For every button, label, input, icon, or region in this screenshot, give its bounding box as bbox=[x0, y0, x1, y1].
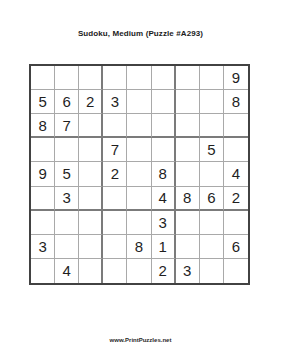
cell-r8c7[interactable] bbox=[176, 235, 200, 259]
cell-r9c7[interactable]: 3 bbox=[176, 259, 200, 283]
cell-r4c4[interactable]: 7 bbox=[103, 138, 127, 162]
cell-r1c4[interactable] bbox=[103, 66, 127, 90]
cell-r2c7[interactable] bbox=[176, 90, 200, 114]
footer-url[interactable]: www.PrintPuzzles.net bbox=[0, 337, 281, 343]
cell-r9c8[interactable] bbox=[200, 259, 224, 283]
cell-r3c9[interactable] bbox=[224, 114, 248, 138]
cell-r1c8[interactable] bbox=[200, 66, 224, 90]
cell-r6c6[interactable]: 4 bbox=[152, 187, 176, 211]
cell-r8c1[interactable]: 3 bbox=[31, 235, 55, 259]
cell-r8c4[interactable] bbox=[103, 235, 127, 259]
cell-r3c6[interactable] bbox=[152, 114, 176, 138]
cell-r2c6[interactable] bbox=[152, 90, 176, 114]
cell-r8c2[interactable] bbox=[55, 235, 79, 259]
cell-r7c3[interactable] bbox=[79, 211, 103, 235]
cell-r5c3[interactable] bbox=[79, 162, 103, 186]
cell-r9c2[interactable]: 4 bbox=[55, 259, 79, 283]
cell-r9c3[interactable] bbox=[79, 259, 103, 283]
cell-r3c5[interactable] bbox=[127, 114, 151, 138]
cell-r3c8[interactable] bbox=[200, 114, 224, 138]
cell-r1c5[interactable] bbox=[127, 66, 151, 90]
cell-r6c4[interactable] bbox=[103, 187, 127, 211]
cell-r7c7[interactable] bbox=[176, 211, 200, 235]
cell-r3c4[interactable] bbox=[103, 114, 127, 138]
cell-r6c3[interactable] bbox=[79, 187, 103, 211]
cell-r8c9[interactable]: 6 bbox=[224, 235, 248, 259]
cell-r4c5[interactable] bbox=[127, 138, 151, 162]
cell-r2c8[interactable] bbox=[200, 90, 224, 114]
cell-r2c1[interactable]: 5 bbox=[31, 90, 55, 114]
cell-r6c7[interactable]: 8 bbox=[176, 187, 200, 211]
cell-r7c5[interactable] bbox=[127, 211, 151, 235]
cell-r1c1[interactable] bbox=[31, 66, 55, 90]
page-title: Sudoku, Medium (Puzzle #A293) bbox=[0, 29, 281, 38]
cell-r7c2[interactable] bbox=[55, 211, 79, 235]
cell-r4c9[interactable] bbox=[224, 138, 248, 162]
cell-r1c6[interactable] bbox=[152, 66, 176, 90]
cell-r4c2[interactable] bbox=[55, 138, 79, 162]
cell-r1c9[interactable]: 9 bbox=[224, 66, 248, 90]
cell-r9c4[interactable] bbox=[103, 259, 127, 283]
cell-r7c4[interactable] bbox=[103, 211, 127, 235]
cell-r2c3[interactable]: 2 bbox=[79, 90, 103, 114]
cell-r5c4[interactable]: 2 bbox=[103, 162, 127, 186]
cell-r3c7[interactable] bbox=[176, 114, 200, 138]
cell-r6c8[interactable]: 6 bbox=[200, 187, 224, 211]
cell-r1c2[interactable] bbox=[55, 66, 79, 90]
cell-r1c3[interactable] bbox=[79, 66, 103, 90]
cell-r5c8[interactable] bbox=[200, 162, 224, 186]
cell-r8c5[interactable]: 8 bbox=[127, 235, 151, 259]
cell-r6c1[interactable] bbox=[31, 187, 55, 211]
cell-r1c7[interactable] bbox=[176, 66, 200, 90]
cell-r5c6[interactable]: 8 bbox=[152, 162, 176, 186]
sudoku-grid: 9562388775952843486233816423 bbox=[29, 64, 250, 285]
cell-r6c2[interactable]: 3 bbox=[55, 187, 79, 211]
cell-r3c1[interactable]: 8 bbox=[31, 114, 55, 138]
cell-r2c9[interactable]: 8 bbox=[224, 90, 248, 114]
cell-r9c9[interactable] bbox=[224, 259, 248, 283]
cell-r2c5[interactable] bbox=[127, 90, 151, 114]
cell-r5c2[interactable]: 5 bbox=[55, 162, 79, 186]
cell-r7c9[interactable] bbox=[224, 211, 248, 235]
cell-r8c6[interactable]: 1 bbox=[152, 235, 176, 259]
cell-r2c4[interactable]: 3 bbox=[103, 90, 127, 114]
cell-r6c9[interactable]: 2 bbox=[224, 187, 248, 211]
cell-r8c8[interactable] bbox=[200, 235, 224, 259]
cell-r9c6[interactable]: 2 bbox=[152, 259, 176, 283]
cell-r5c9[interactable]: 4 bbox=[224, 162, 248, 186]
cell-r2c2[interactable]: 6 bbox=[55, 90, 79, 114]
cell-r3c2[interactable]: 7 bbox=[55, 114, 79, 138]
cell-r3c3[interactable] bbox=[79, 114, 103, 138]
cell-r5c5[interactable] bbox=[127, 162, 151, 186]
cell-r4c8[interactable]: 5 bbox=[200, 138, 224, 162]
cell-r4c1[interactable] bbox=[31, 138, 55, 162]
cell-r4c3[interactable] bbox=[79, 138, 103, 162]
cell-r5c7[interactable] bbox=[176, 162, 200, 186]
cell-r7c1[interactable] bbox=[31, 211, 55, 235]
cell-r9c5[interactable] bbox=[127, 259, 151, 283]
cell-r9c1[interactable] bbox=[31, 259, 55, 283]
cell-r5c1[interactable]: 9 bbox=[31, 162, 55, 186]
cell-r4c6[interactable] bbox=[152, 138, 176, 162]
cell-r8c3[interactable] bbox=[79, 235, 103, 259]
cell-r4c7[interactable] bbox=[176, 138, 200, 162]
cell-r7c8[interactable] bbox=[200, 211, 224, 235]
cell-r7c6[interactable]: 3 bbox=[152, 211, 176, 235]
cell-r6c5[interactable] bbox=[127, 187, 151, 211]
printable-sudoku-page: Sudoku, Medium (Puzzle #A293) 9562388775… bbox=[0, 0, 281, 363]
